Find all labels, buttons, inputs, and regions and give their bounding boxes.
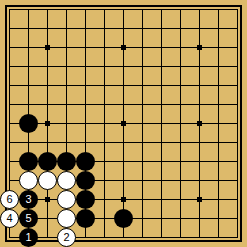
board-intersection[interactable] — [152, 114, 171, 133]
board-intersection[interactable] — [114, 0, 133, 19]
board-intersection[interactable] — [76, 19, 95, 38]
board-intersection[interactable]: 1 — [19, 228, 38, 247]
white-stone: 4 — [0, 209, 19, 228]
board-intersection[interactable] — [228, 76, 247, 95]
board-intersection[interactable] — [57, 38, 76, 57]
board-intersection[interactable] — [209, 114, 228, 133]
board-intersection[interactable] — [95, 190, 114, 209]
board-intersection[interactable] — [19, 0, 38, 19]
board-intersection[interactable] — [171, 38, 190, 57]
board-intersection[interactable] — [152, 228, 171, 247]
board-intersection[interactable] — [114, 152, 133, 171]
board-intersection[interactable] — [57, 209, 76, 228]
black-stone: 5 — [19, 209, 38, 228]
board-intersection[interactable] — [19, 95, 38, 114]
board-intersection[interactable] — [190, 57, 209, 76]
board-intersection[interactable] — [152, 133, 171, 152]
board-intersection[interactable] — [228, 171, 247, 190]
board-intersection[interactable] — [76, 209, 95, 228]
move-number-label: 2 — [63, 232, 69, 243]
board-intersection[interactable] — [38, 38, 57, 57]
board-intersection[interactable] — [190, 38, 209, 57]
board-intersection[interactable] — [76, 57, 95, 76]
board-intersection[interactable] — [95, 209, 114, 228]
board-intersection[interactable] — [0, 57, 19, 76]
board-intersection[interactable] — [228, 0, 247, 19]
black-stone — [76, 190, 95, 209]
black-stone — [114, 209, 133, 228]
board-intersection[interactable] — [228, 95, 247, 114]
board-intersection[interactable] — [19, 114, 38, 133]
black-stone — [19, 152, 38, 171]
board-intersection[interactable]: 2 — [57, 228, 76, 247]
board-grid: 634512 — [0, 0, 247, 247]
white-stone — [57, 190, 76, 209]
board-intersection[interactable] — [38, 190, 57, 209]
board-intersection[interactable] — [152, 57, 171, 76]
board-intersection[interactable] — [190, 152, 209, 171]
board-intersection[interactable] — [152, 19, 171, 38]
board-intersection[interactable] — [76, 114, 95, 133]
board-intersection[interactable] — [190, 133, 209, 152]
board-intersection[interactable] — [114, 38, 133, 57]
board-intersection[interactable] — [190, 76, 209, 95]
hoshi-point — [197, 121, 202, 126]
board-intersection[interactable] — [0, 133, 19, 152]
board-intersection[interactable] — [228, 152, 247, 171]
move-number-label: 4 — [6, 213, 12, 224]
board-intersection[interactable] — [57, 190, 76, 209]
board-intersection[interactable] — [152, 171, 171, 190]
white-stone — [19, 171, 38, 190]
board-intersection[interactable] — [95, 38, 114, 57]
board-intersection[interactable] — [209, 190, 228, 209]
black-stone — [76, 171, 95, 190]
board-intersection[interactable] — [133, 57, 152, 76]
board-intersection[interactable] — [95, 19, 114, 38]
board-intersection[interactable] — [152, 190, 171, 209]
board-intersection[interactable] — [114, 171, 133, 190]
hoshi-point — [45, 45, 50, 50]
black-stone — [19, 114, 38, 133]
board-intersection[interactable] — [0, 171, 19, 190]
board-intersection[interactable] — [95, 114, 114, 133]
board-intersection[interactable] — [190, 114, 209, 133]
board-intersection[interactable] — [95, 171, 114, 190]
board-intersection[interactable] — [114, 190, 133, 209]
board-intersection[interactable] — [171, 95, 190, 114]
board-intersection[interactable] — [0, 0, 19, 19]
board-intersection[interactable] — [38, 133, 57, 152]
board-intersection[interactable] — [228, 209, 247, 228]
board-intersection[interactable] — [0, 152, 19, 171]
board-intersection[interactable] — [76, 171, 95, 190]
white-stone: 6 — [0, 190, 19, 209]
board-intersection[interactable] — [133, 209, 152, 228]
board-intersection[interactable] — [171, 57, 190, 76]
board-intersection[interactable] — [76, 228, 95, 247]
board-intersection[interactable] — [19, 19, 38, 38]
board-intersection[interactable] — [57, 114, 76, 133]
board-intersection[interactable] — [133, 171, 152, 190]
board-intersection[interactable] — [209, 0, 228, 19]
board-intersection[interactable] — [209, 19, 228, 38]
board-intersection[interactable] — [114, 209, 133, 228]
hoshi-point — [197, 45, 202, 50]
board-intersection[interactable] — [133, 228, 152, 247]
board-intersection[interactable] — [171, 133, 190, 152]
board-intersection[interactable] — [171, 228, 190, 247]
board-intersection[interactable] — [76, 133, 95, 152]
board-intersection[interactable]: 4 — [0, 209, 19, 228]
board-intersection[interactable] — [209, 95, 228, 114]
board-intersection[interactable] — [114, 19, 133, 38]
board-intersection[interactable] — [171, 19, 190, 38]
board-intersection[interactable] — [133, 133, 152, 152]
black-stone — [76, 209, 95, 228]
board-intersection[interactable] — [38, 114, 57, 133]
board-intersection[interactable] — [57, 171, 76, 190]
board-intersection[interactable] — [190, 228, 209, 247]
white-stone: 2 — [57, 228, 76, 247]
board-intersection[interactable] — [114, 57, 133, 76]
board-intersection[interactable] — [152, 152, 171, 171]
board-intersection[interactable] — [152, 209, 171, 228]
board-intersection[interactable] — [38, 19, 57, 38]
board-intersection[interactable]: 3 — [19, 190, 38, 209]
board-intersection[interactable] — [38, 95, 57, 114]
board-intersection[interactable] — [19, 76, 38, 95]
board-intersection[interactable] — [133, 0, 152, 19]
board-intersection[interactable] — [190, 95, 209, 114]
white-stone — [38, 171, 57, 190]
white-stone — [57, 171, 76, 190]
board-intersection[interactable] — [76, 0, 95, 19]
hoshi-point — [121, 45, 126, 50]
board-intersection[interactable] — [38, 76, 57, 95]
board-intersection[interactable] — [0, 19, 19, 38]
board-intersection[interactable] — [114, 114, 133, 133]
move-number-label: 6 — [6, 194, 12, 205]
board-intersection[interactable] — [0, 95, 19, 114]
board-intersection[interactable] — [133, 95, 152, 114]
black-stone: 1 — [19, 228, 38, 247]
board-intersection[interactable] — [76, 38, 95, 57]
board-intersection[interactable] — [95, 152, 114, 171]
board-intersection[interactable] — [0, 38, 19, 57]
board-intersection[interactable] — [209, 38, 228, 57]
board-intersection[interactable] — [190, 190, 209, 209]
board-intersection[interactable] — [133, 152, 152, 171]
board-intersection[interactable] — [228, 228, 247, 247]
board-intersection[interactable] — [57, 19, 76, 38]
board-intersection[interactable]: 5 — [19, 209, 38, 228]
board-intersection[interactable] — [228, 190, 247, 209]
board-intersection[interactable] — [76, 95, 95, 114]
board-intersection[interactable] — [228, 57, 247, 76]
move-number-label: 1 — [25, 232, 31, 243]
board-intersection[interactable] — [76, 190, 95, 209]
board-intersection[interactable] — [114, 76, 133, 95]
board-intersection[interactable] — [209, 209, 228, 228]
board-intersection[interactable] — [76, 152, 95, 171]
board-intersection[interactable] — [38, 152, 57, 171]
board-intersection[interactable] — [57, 76, 76, 95]
board-intersection[interactable] — [114, 133, 133, 152]
board-intersection[interactable] — [19, 57, 38, 76]
board-intersection[interactable] — [209, 76, 228, 95]
move-number-label: 5 — [25, 213, 31, 224]
board-intersection[interactable] — [190, 171, 209, 190]
board-intersection[interactable] — [114, 228, 133, 247]
board-intersection[interactable] — [57, 57, 76, 76]
board-intersection[interactable] — [171, 190, 190, 209]
board-intersection[interactable] — [152, 76, 171, 95]
hoshi-point — [45, 121, 50, 126]
hoshi-point — [197, 197, 202, 202]
board-intersection[interactable] — [0, 114, 19, 133]
black-stone — [57, 152, 76, 171]
board-intersection[interactable] — [190, 0, 209, 19]
move-number-label: 3 — [25, 194, 31, 205]
board-intersection[interactable] — [152, 95, 171, 114]
white-stone — [57, 209, 76, 228]
board-intersection[interactable] — [190, 209, 209, 228]
board-intersection[interactable] — [152, 0, 171, 19]
board-intersection[interactable] — [95, 57, 114, 76]
board-intersection[interactable] — [57, 0, 76, 19]
board-intersection[interactable] — [95, 0, 114, 19]
go-board: 634512 — [0, 0, 247, 247]
board-intersection[interactable] — [38, 209, 57, 228]
board-intersection[interactable] — [114, 95, 133, 114]
board-intersection[interactable] — [171, 152, 190, 171]
board-intersection[interactable] — [76, 76, 95, 95]
board-intersection[interactable] — [228, 133, 247, 152]
board-intersection[interactable] — [228, 19, 247, 38]
board-intersection[interactable] — [95, 228, 114, 247]
board-intersection[interactable] — [152, 38, 171, 57]
board-intersection[interactable] — [209, 171, 228, 190]
board-intersection[interactable] — [19, 38, 38, 57]
hoshi-point — [121, 121, 126, 126]
board-intersection[interactable] — [38, 57, 57, 76]
board-intersection[interactable] — [95, 76, 114, 95]
board-intersection[interactable] — [57, 95, 76, 114]
board-intersection[interactable] — [209, 57, 228, 76]
board-intersection[interactable] — [171, 114, 190, 133]
board-intersection[interactable] — [171, 209, 190, 228]
board-intersection[interactable] — [133, 190, 152, 209]
black-stone — [76, 152, 95, 171]
board-intersection[interactable] — [133, 38, 152, 57]
board-intersection[interactable] — [171, 0, 190, 19]
board-intersection[interactable] — [38, 171, 57, 190]
board-intersection[interactable] — [171, 171, 190, 190]
board-intersection[interactable] — [38, 228, 57, 247]
black-stone — [38, 152, 57, 171]
board-intersection[interactable] — [95, 95, 114, 114]
board-intersection[interactable] — [38, 0, 57, 19]
hoshi-point — [121, 197, 126, 202]
board-intersection[interactable] — [228, 114, 247, 133]
board-intersection[interactable] — [95, 133, 114, 152]
board-intersection[interactable] — [57, 152, 76, 171]
board-intersection[interactable] — [209, 228, 228, 247]
board-intersection[interactable] — [209, 152, 228, 171]
board-intersection[interactable] — [133, 76, 152, 95]
board-intersection[interactable] — [0, 76, 19, 95]
board-intersection[interactable] — [19, 152, 38, 171]
board-intersection[interactable] — [133, 19, 152, 38]
board-intersection[interactable] — [19, 171, 38, 190]
board-intersection[interactable] — [190, 19, 209, 38]
board-intersection[interactable] — [228, 38, 247, 57]
board-intersection[interactable] — [57, 133, 76, 152]
black-stone: 3 — [19, 190, 38, 209]
board-intersection[interactable] — [0, 228, 19, 247]
board-intersection[interactable] — [133, 114, 152, 133]
board-intersection[interactable] — [171, 76, 190, 95]
board-intersection[interactable] — [19, 133, 38, 152]
hoshi-point — [45, 197, 50, 202]
board-intersection[interactable] — [209, 133, 228, 152]
board-intersection[interactable]: 6 — [0, 190, 19, 209]
